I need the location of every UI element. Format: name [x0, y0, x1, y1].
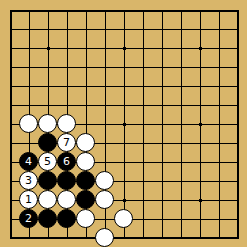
- stone-white: [38, 114, 57, 133]
- stone-white-move-1: 1: [19, 190, 38, 209]
- stone-white: [57, 114, 76, 133]
- stone-black-move-6: 6: [57, 152, 76, 171]
- stone-black: [38, 209, 57, 228]
- stone-black: [57, 171, 76, 190]
- stone-white: [95, 228, 114, 247]
- stone-white: [76, 133, 95, 152]
- stone-black: [76, 190, 95, 209]
- stone-white: [76, 152, 95, 171]
- stone-black-move-2: 2: [19, 209, 38, 228]
- stone-black: [38, 171, 57, 190]
- stone-white: [19, 114, 38, 133]
- stone-white: [57, 190, 76, 209]
- stone-white: [95, 171, 114, 190]
- stone-black-move-4: 4: [19, 152, 38, 171]
- stone-white-move-5: 5: [38, 152, 57, 171]
- stone-black: [57, 209, 76, 228]
- stones-layer: 7456312: [0, 0, 247, 247]
- go-board: 7456312: [0, 0, 247, 247]
- stone-black: [38, 133, 57, 152]
- stone-white: [38, 190, 57, 209]
- stone-black: [76, 171, 95, 190]
- stone-white: [76, 209, 95, 228]
- stone-white: [114, 209, 133, 228]
- stone-white: [95, 190, 114, 209]
- stone-white-move-3: 3: [19, 171, 38, 190]
- stone-white-move-7: 7: [57, 133, 76, 152]
